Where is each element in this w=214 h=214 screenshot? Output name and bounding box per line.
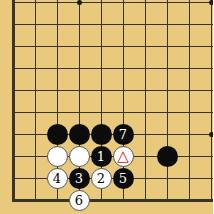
grid-line-vertical bbox=[123, 0, 124, 13]
board-intersection bbox=[90, 189, 112, 211]
board-intersection bbox=[156, 13, 178, 35]
board-intersection bbox=[68, 145, 90, 167]
grid-line-vertical bbox=[101, 35, 102, 57]
grid-line-vertical bbox=[79, 101, 80, 123]
board-intersection bbox=[2, 0, 24, 13]
grid-line-horizontal bbox=[13, 24, 24, 25]
star-point bbox=[209, 0, 214, 5]
board-intersection bbox=[156, 79, 178, 101]
grid-line-vertical bbox=[57, 101, 58, 123]
board-intersection: 4 bbox=[46, 167, 68, 189]
board-intersection bbox=[156, 0, 178, 13]
grid-line-vertical bbox=[211, 167, 212, 189]
grid-line-vertical bbox=[35, 189, 36, 202]
grid-line-vertical bbox=[12, 145, 15, 167]
board-intersection bbox=[112, 101, 134, 123]
board-intersection bbox=[46, 101, 68, 123]
triangle-mark-icon: △ bbox=[117, 149, 129, 164]
grid-line-vertical bbox=[145, 123, 146, 145]
grid-line-vertical bbox=[57, 57, 58, 79]
grid-line-vertical bbox=[167, 167, 168, 189]
grid-line-vertical bbox=[101, 0, 102, 13]
board-intersection bbox=[2, 57, 24, 79]
board-intersection bbox=[200, 79, 213, 101]
board-intersection bbox=[68, 57, 90, 79]
grid-line-vertical bbox=[79, 57, 80, 79]
go-stone-white-d3 bbox=[69, 146, 90, 167]
board-intersection: 1 bbox=[90, 145, 112, 167]
board-intersection bbox=[112, 35, 134, 57]
board-intersection bbox=[24, 13, 46, 35]
go-diagram: 71△43256 bbox=[0, 0, 213, 214]
board-intersection bbox=[24, 35, 46, 57]
grid-line-horizontal bbox=[13, 46, 24, 47]
board-intersection bbox=[68, 101, 90, 123]
board-intersection bbox=[46, 123, 68, 145]
grid-line-vertical bbox=[189, 189, 190, 202]
grid-line-vertical bbox=[145, 167, 146, 189]
grid-line-vertical bbox=[189, 13, 190, 35]
grid-line-vertical bbox=[35, 35, 36, 57]
board-intersection bbox=[134, 145, 156, 167]
board-intersection bbox=[90, 101, 112, 123]
board-intersection bbox=[134, 0, 156, 13]
grid-line-vertical bbox=[189, 35, 190, 57]
grid-line-vertical bbox=[57, 13, 58, 35]
board-intersection: △ bbox=[112, 145, 134, 167]
board-intersection bbox=[68, 35, 90, 57]
board-intersection bbox=[46, 145, 68, 167]
board-intersection bbox=[24, 167, 46, 189]
board-intersection bbox=[134, 123, 156, 145]
star-point bbox=[77, 0, 82, 5]
grid-line-vertical bbox=[211, 35, 212, 57]
board-intersection bbox=[46, 189, 68, 211]
board-intersection bbox=[134, 35, 156, 57]
grid-line-vertical bbox=[211, 189, 212, 202]
grid-line-vertical bbox=[145, 13, 146, 35]
go-stone-black-d4 bbox=[69, 124, 90, 145]
grid-line-vertical bbox=[167, 35, 168, 57]
board-intersection bbox=[200, 13, 213, 35]
go-stone-white-e2: 2 bbox=[91, 168, 112, 189]
go-stone-black-f4: 7 bbox=[113, 124, 134, 145]
stone-number-label: 7 bbox=[119, 128, 127, 141]
grid-line-vertical bbox=[211, 145, 212, 167]
board-intersection bbox=[156, 189, 178, 211]
board-intersection bbox=[24, 145, 46, 167]
grid-line-vertical bbox=[167, 101, 168, 123]
board-intersection bbox=[68, 0, 90, 13]
go-stone-black-c4 bbox=[47, 124, 68, 145]
board-intersection bbox=[90, 79, 112, 101]
go-stone-black-e3: 1 bbox=[91, 146, 112, 167]
board-intersection bbox=[68, 13, 90, 35]
grid-line-vertical bbox=[35, 13, 36, 35]
board-intersection bbox=[178, 57, 200, 79]
board-intersection bbox=[178, 0, 200, 13]
grid-line-vertical bbox=[35, 0, 36, 13]
board-intersection bbox=[46, 13, 68, 35]
grid-line-vertical bbox=[167, 79, 168, 101]
grid-line-vertical bbox=[79, 13, 80, 35]
grid-line-vertical bbox=[101, 13, 102, 35]
board-intersection bbox=[178, 13, 200, 35]
board-intersection bbox=[112, 0, 134, 13]
grid-line-horizontal bbox=[13, 199, 24, 202]
grid-line-vertical bbox=[35, 167, 36, 189]
board-intersection: 7 bbox=[112, 123, 134, 145]
grid-line-vertical bbox=[145, 57, 146, 79]
board-intersection bbox=[24, 57, 46, 79]
grid-line-vertical bbox=[12, 167, 15, 189]
go-board: 71△43256 bbox=[2, 0, 213, 211]
go-stone-white-f3: △ bbox=[113, 146, 134, 167]
board-intersection: 5 bbox=[112, 167, 134, 189]
board-intersection bbox=[2, 35, 24, 57]
board-intersection bbox=[200, 101, 213, 123]
grid-line-vertical bbox=[167, 57, 168, 79]
board-intersection bbox=[156, 57, 178, 79]
board-intersection: 6 bbox=[68, 189, 90, 211]
grid-line-vertical bbox=[189, 123, 190, 145]
grid-line-vertical bbox=[57, 0, 58, 13]
stone-number-label: 2 bbox=[97, 172, 105, 185]
board-intersection bbox=[200, 35, 213, 57]
grid-line-horizontal bbox=[13, 90, 24, 91]
board-intersection bbox=[156, 35, 178, 57]
grid-line-vertical bbox=[123, 57, 124, 79]
board-intersection bbox=[24, 189, 46, 211]
board-intersection bbox=[68, 123, 90, 145]
board-intersection bbox=[46, 0, 68, 13]
grid-line-vertical bbox=[145, 0, 146, 13]
go-stone-white-c3 bbox=[47, 146, 68, 167]
grid-line-vertical bbox=[189, 0, 190, 13]
grid-line-vertical bbox=[101, 57, 102, 79]
grid-line-vertical bbox=[123, 79, 124, 101]
grid-line-vertical bbox=[35, 101, 36, 123]
board-intersection bbox=[178, 101, 200, 123]
grid-line-vertical bbox=[145, 79, 146, 101]
grid-line-horizontal bbox=[13, 2, 24, 3]
grid-line-horizontal bbox=[13, 178, 24, 179]
board-intersection bbox=[2, 123, 24, 145]
board-intersection: 2 bbox=[90, 167, 112, 189]
board-intersection bbox=[156, 101, 178, 123]
board-intersection bbox=[134, 13, 156, 35]
board-intersection bbox=[178, 35, 200, 57]
stone-number-label: 6 bbox=[75, 194, 83, 207]
board-intersection bbox=[24, 101, 46, 123]
board-intersection bbox=[2, 13, 24, 35]
board-intersection bbox=[200, 145, 213, 167]
grid-line-vertical bbox=[101, 101, 102, 123]
go-stone-white-c2: 4 bbox=[47, 168, 68, 189]
board-intersection bbox=[178, 145, 200, 167]
board-intersection bbox=[134, 57, 156, 79]
board-intersection bbox=[24, 123, 46, 145]
board-intersection bbox=[156, 145, 178, 167]
board-intersection bbox=[90, 123, 112, 145]
board-intersection bbox=[46, 35, 68, 57]
grid-line-vertical bbox=[145, 101, 146, 123]
board-intersection bbox=[134, 167, 156, 189]
board-intersection bbox=[200, 189, 213, 211]
grid-line-vertical bbox=[35, 57, 36, 79]
go-stone-black-e4 bbox=[91, 124, 112, 145]
grid-line-vertical bbox=[12, 0, 15, 13]
grid-line-vertical bbox=[12, 13, 15, 35]
grid-line-vertical bbox=[167, 13, 168, 35]
board-intersection bbox=[68, 79, 90, 101]
grid-line-vertical bbox=[211, 101, 212, 123]
grid-line-vertical bbox=[101, 79, 102, 101]
board-intersection bbox=[178, 167, 200, 189]
grid-line-horizontal bbox=[13, 156, 24, 157]
go-stone-white-d1: 6 bbox=[69, 190, 90, 211]
grid-line-vertical bbox=[189, 167, 190, 189]
board-intersection bbox=[24, 0, 46, 13]
board-intersection bbox=[134, 189, 156, 211]
grid-line-vertical bbox=[189, 57, 190, 79]
grid-line-vertical bbox=[57, 189, 58, 202]
grid-line-vertical bbox=[167, 0, 168, 13]
grid-line-vertical bbox=[57, 79, 58, 101]
grid-line-vertical bbox=[211, 13, 212, 35]
board-intersection bbox=[2, 167, 24, 189]
grid-line-vertical bbox=[123, 35, 124, 57]
board-intersection bbox=[46, 79, 68, 101]
stone-number-label: 3 bbox=[75, 172, 83, 185]
board-intersection bbox=[112, 57, 134, 79]
stone-number-label: 1 bbox=[97, 150, 105, 163]
board-intersection bbox=[200, 0, 213, 13]
board-intersection: 3 bbox=[68, 167, 90, 189]
grid-line-vertical bbox=[145, 35, 146, 57]
grid-line-vertical bbox=[145, 145, 146, 167]
board-intersection bbox=[2, 79, 24, 101]
board-intersection bbox=[46, 57, 68, 79]
grid-line-vertical bbox=[145, 189, 146, 202]
board-intersection bbox=[112, 189, 134, 211]
board-intersection bbox=[156, 123, 178, 145]
board-intersection bbox=[200, 167, 213, 189]
grid-line-vertical bbox=[189, 101, 190, 123]
grid-line-horizontal bbox=[13, 68, 24, 69]
grid-line-vertical bbox=[12, 189, 15, 202]
go-stone-black-d2: 3 bbox=[69, 168, 90, 189]
grid-line-vertical bbox=[12, 101, 15, 123]
grid-line-vertical bbox=[189, 79, 190, 101]
grid-line-horizontal bbox=[13, 112, 24, 113]
board-intersection bbox=[156, 167, 178, 189]
board-intersection bbox=[178, 123, 200, 145]
grid-line-vertical bbox=[167, 123, 168, 145]
grid-line-vertical bbox=[189, 145, 190, 167]
board-intersection bbox=[134, 79, 156, 101]
grid-line-vertical bbox=[12, 79, 15, 101]
grid-line-vertical bbox=[35, 79, 36, 101]
star-point bbox=[209, 132, 214, 137]
board-intersection bbox=[90, 57, 112, 79]
grid-line-vertical bbox=[167, 189, 168, 202]
board-intersection bbox=[200, 57, 213, 79]
board-intersection bbox=[2, 101, 24, 123]
go-stone-black-h3 bbox=[157, 146, 178, 167]
board-intersection bbox=[2, 189, 24, 211]
grid-line-horizontal bbox=[13, 134, 24, 135]
stone-number-label: 4 bbox=[53, 172, 61, 185]
board-intersection bbox=[90, 35, 112, 57]
board-intersection bbox=[112, 79, 134, 101]
grid-line-vertical bbox=[101, 189, 102, 202]
grid-line-vertical bbox=[12, 35, 15, 57]
stone-number-label: 5 bbox=[119, 172, 127, 185]
grid-line-vertical bbox=[79, 79, 80, 101]
grid-line-vertical bbox=[12, 57, 15, 79]
grid-line-vertical bbox=[123, 13, 124, 35]
board-intersection bbox=[2, 145, 24, 167]
grid-line-vertical bbox=[35, 123, 36, 145]
grid-line-vertical bbox=[211, 79, 212, 101]
grid-line-vertical bbox=[35, 145, 36, 167]
grid-line-vertical bbox=[211, 57, 212, 79]
grid-line-vertical bbox=[57, 35, 58, 57]
board-intersection bbox=[134, 101, 156, 123]
grid-line-vertical bbox=[12, 123, 15, 145]
go-stone-black-f2: 5 bbox=[113, 168, 134, 189]
board-intersection bbox=[90, 13, 112, 35]
board-intersection bbox=[90, 0, 112, 13]
board-intersection bbox=[200, 123, 213, 145]
board-intersection bbox=[178, 79, 200, 101]
board-intersection bbox=[24, 79, 46, 101]
grid-line-vertical bbox=[123, 189, 124, 202]
board-intersection bbox=[178, 189, 200, 211]
board-intersection bbox=[112, 13, 134, 35]
grid-line-vertical bbox=[79, 35, 80, 57]
grid-line-vertical bbox=[123, 101, 124, 123]
